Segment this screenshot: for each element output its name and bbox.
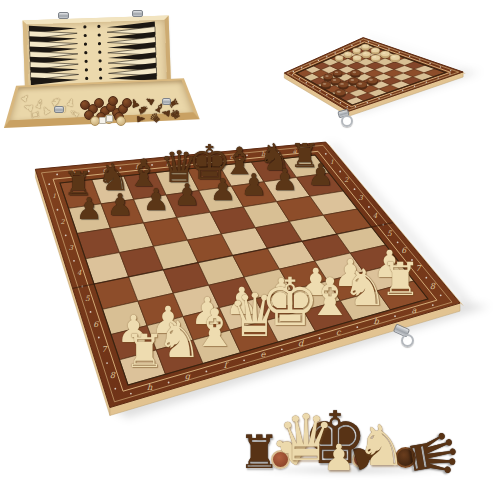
bar-dot [99,68,102,71]
folded-board-clasp-ring-icon [341,115,353,127]
light-checker [371,48,379,53]
stored-piece-dark: ♟ [135,114,146,124]
loose-chess-pieces: ♜♟♛♚♟♟♞♛ [240,385,494,500]
light-checker [381,51,390,56]
bar-dot [98,42,101,45]
light-checker [390,55,400,61]
loose-piece-dark-rook: ♜ [238,429,279,475]
light-checker [353,55,361,60]
light-checker [361,44,369,49]
light-checker [371,55,380,60]
coordinate-label: h [147,382,153,392]
board-clasp-ring-icon [401,334,414,347]
die-icon [106,115,113,122]
tray-clasp-icon [162,98,171,105]
light-checker [335,55,343,60]
stored-checker-light [116,116,126,126]
box-latch-icon [58,12,69,19]
bar-dot [99,76,102,79]
coordinate-label: 8 [110,370,116,380]
coordinate-label: 4 [373,211,378,220]
coordinate-label: e [166,160,170,167]
coordinate-label: h [71,169,75,176]
bar-dot [85,68,88,71]
coordinate-label: d [298,338,304,348]
bar-dot [98,51,101,54]
backgammon-storage-box: ♟♝♟♞♟♜♟♝♟♟♞♟♝♟♜♛♟♚ [14,10,184,124]
dark-checker [351,70,361,76]
main-chess-board: hhggffeeddccbbaa1122334455667788 [35,142,489,418]
light-checker [344,52,352,57]
light-checker [362,51,370,56]
stored-checker-dark [108,96,118,106]
bar-dot [98,59,101,62]
light-checker [353,48,361,53]
stored-checker-dark [122,98,132,108]
bar-dot [84,42,87,45]
product-photo-scene: hhggffeeddccbbaa1122334455667788 ♟♝♟♞♟♜♟… [0,0,494,500]
coordinate-label: 8 [430,281,436,291]
loose-piece-dark-queen-lying: ♛ [399,423,467,486]
coordinate-label: 3 [69,244,74,252]
box-tray-contents: ♟♝♟♞♟♜♟♝♟♟♞♟♝♟♜♛♟♚ [20,92,178,124]
tray-clasp-icon [54,106,64,113]
coordinate-label: c [230,153,234,160]
dark-checker [321,82,331,88]
stored-piece-light: ♜ [29,110,40,121]
coordinate-label: a [293,147,297,154]
dark-checker [324,74,333,79]
bar-dot [98,33,101,36]
coordinate-label: 1 [330,158,334,165]
backgammon-points-graphic [27,20,159,88]
die-icon [99,117,106,124]
bar-dot [85,77,88,80]
loose-piece-light-pawn: ♟ [323,440,355,476]
dark-checker [333,70,342,75]
coordinate-label: b [373,316,379,326]
coordinate-label: 4 [77,268,82,277]
bar-dot [84,60,87,63]
coordinate-label: 3 [358,194,363,202]
bar-dot [83,25,86,28]
bar-dot [84,34,87,37]
folded-checkers-board [284,37,481,116]
coordinate-label: a [411,305,416,315]
box-latch-icon [132,10,143,17]
loose-piece-light-knight: ♞ [356,418,406,474]
bar-dot [97,25,100,28]
coordinate-label: 1 [52,192,56,199]
bar-dot [84,51,87,54]
stored-piece-light: ♝ [68,106,82,120]
